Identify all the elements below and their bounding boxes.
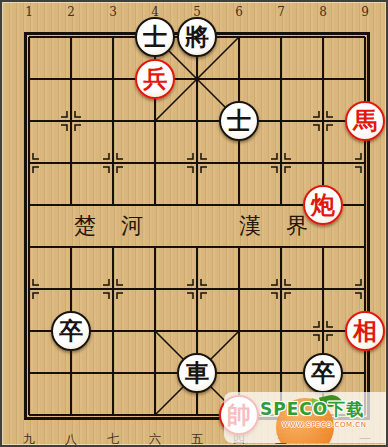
piece-black-soldier[interactable]: 卒 bbox=[303, 353, 343, 393]
piece-black-soldier[interactable]: 卒 bbox=[51, 311, 91, 351]
piece-red-soldier[interactable]: 兵 bbox=[135, 59, 175, 99]
xiangqi-board-screenshot: 123456789 九八七六五四三二一 楚河 漢界 士將兵士馬炮卒相車卒帥 SP… bbox=[0, 0, 388, 447]
piece-black-advisor[interactable]: 士 bbox=[135, 17, 175, 57]
watermark-overlay: SPECO下载 WWW.SPECO.COM.CN bbox=[224, 392, 388, 443]
board-surface[interactable]: 士將兵士馬炮卒相車卒帥 bbox=[8, 16, 386, 436]
piece-black-general[interactable]: 將 bbox=[177, 17, 217, 57]
piece-black-advisor[interactable]: 士 bbox=[219, 101, 259, 141]
watermark-url: WWW.SPECO.COM.CN bbox=[282, 421, 366, 429]
piece-black-chariot[interactable]: 車 bbox=[177, 353, 217, 393]
piece-red-horse[interactable]: 馬 bbox=[345, 101, 385, 141]
watermark-title: SPECO下载 bbox=[260, 398, 364, 421]
piece-red-cannon[interactable]: 炮 bbox=[303, 185, 343, 225]
piece-red-elephant[interactable]: 相 bbox=[345, 311, 385, 351]
